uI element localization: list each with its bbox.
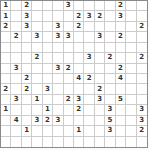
cell-r3c11-clue-2[interactable]: 2 [116,32,126,42]
cell-r6c6-clue-2[interactable]: 2 [64,64,74,74]
cell-r13c9[interactable] [95,137,105,147]
cell-r4c7[interactable] [74,43,84,53]
cell-r3c5-clue-3[interactable]: 3 [53,32,63,42]
cell-r10c12[interactable] [126,105,136,115]
cell-r8c0-clue-2[interactable]: 2 [1,84,11,94]
cell-r7c8-clue-2[interactable]: 2 [84,74,94,84]
cell-r13c4[interactable] [43,137,53,147]
cell-r7c0[interactable] [1,74,11,84]
cell-r2c0-clue-2[interactable]: 2 [1,22,11,32]
cell-r2c11[interactable] [116,22,126,32]
cell-r8c9-clue-2[interactable]: 2 [95,84,105,94]
cell-r9c6-clue-2[interactable]: 2 [64,95,74,105]
cell-r4c10[interactable] [105,43,115,53]
cell-r4c12[interactable] [126,43,136,53]
cell-r1c5[interactable] [53,11,63,21]
cell-r7c10[interactable] [105,74,115,84]
cell-r8c13[interactable] [137,84,147,94]
cell-r10c13-clue-3[interactable]: 3 [137,105,147,115]
cell-r5c10-clue-2[interactable]: 2 [105,53,115,63]
puzzle-screenshot: 1232132323233222333322322332224242232312… [0,0,150,150]
cell-r7c4[interactable] [43,74,53,84]
cell-r1c11-clue-3[interactable]: 3 [116,11,126,21]
cell-r11c2[interactable] [22,116,32,126]
cell-r9c7-clue-3[interactable]: 3 [74,95,84,105]
cell-r7c1[interactable] [11,74,21,84]
cell-r5c3-clue-2[interactable]: 2 [32,53,42,63]
cell-r12c9[interactable] [95,126,105,136]
cell-r3c3-clue-3[interactable]: 3 [32,32,42,42]
cell-r13c8[interactable] [84,137,94,147]
cell-r12c2-clue-1[interactable]: 1 [22,126,32,136]
cell-r9c11-clue-5[interactable]: 5 [116,95,126,105]
cell-r3c8[interactable] [84,32,94,42]
cell-r7c5[interactable] [53,74,63,84]
cell-r3c1-clue-2[interactable]: 2 [11,32,21,42]
cell-r9c1-clue-3[interactable]: 3 [11,95,21,105]
cell-r0c8[interactable] [84,1,94,11]
cell-r8c1[interactable] [11,84,21,94]
cell-r2c4[interactable] [43,22,53,32]
cell-r10c4-clue-1[interactable]: 1 [43,105,53,115]
cell-r12c13-clue-2[interactable]: 2 [137,126,147,136]
cell-r1c1[interactable] [11,11,21,21]
cell-r3c7[interactable] [74,32,84,42]
cell-r5c1[interactable] [11,53,21,63]
cell-r0c10[interactable] [105,1,115,11]
cell-r7c13[interactable] [137,74,147,84]
cell-r7c3[interactable] [32,74,42,84]
cell-r1c8-clue-3[interactable]: 3 [84,11,94,21]
cell-r2c13-clue-2[interactable]: 2 [137,22,147,32]
cell-r8c10[interactable] [105,84,115,94]
cell-r2c2-clue-3[interactable]: 3 [22,22,32,32]
cell-r12c0[interactable] [1,126,11,136]
cell-r6c0[interactable] [1,64,11,74]
cell-r5c5[interactable] [53,53,63,63]
cell-r12c4[interactable] [43,126,53,136]
cell-r2c3[interactable] [32,22,42,32]
cell-r13c13[interactable] [137,137,147,147]
cell-r8c5[interactable] [53,84,63,94]
cell-r9c10[interactable] [105,95,115,105]
cell-r3c10[interactable] [105,32,115,42]
cell-r10c3[interactable] [32,105,42,115]
cell-r0c1[interactable] [11,1,21,11]
cell-r10c9[interactable] [95,105,105,115]
cell-r9c3-clue-1[interactable]: 1 [32,95,42,105]
cell-r13c12[interactable] [126,137,136,147]
cell-r13c3[interactable] [32,137,42,147]
cell-r0c0-clue-1[interactable]: 1 [1,1,11,11]
cell-r8c7[interactable] [74,84,84,94]
cell-r5c12[interactable] [126,53,136,63]
cell-r10c6[interactable] [64,105,74,115]
cell-r6c11-clue-2[interactable]: 2 [116,64,126,74]
cell-r6c7[interactable] [74,64,84,74]
cell-r2c1[interactable] [11,22,21,32]
cell-r0c5[interactable] [53,1,63,11]
cell-r1c2-clue-3[interactable]: 3 [22,11,32,21]
cell-r4c6[interactable] [64,43,74,53]
cell-r8c8[interactable] [84,84,94,94]
cell-r8c3[interactable] [32,84,42,94]
cell-r0c7[interactable] [74,1,84,11]
cell-r5c0[interactable] [1,53,11,63]
cell-r0c11-clue-2[interactable]: 2 [116,1,126,11]
cell-r1c7-clue-2[interactable]: 2 [74,11,84,21]
cell-r4c3[interactable] [32,43,42,53]
cell-r1c12[interactable] [126,11,136,21]
cell-r11c4-clue-2[interactable]: 2 [43,116,53,126]
cell-r6c13[interactable] [137,64,147,74]
puzzle-board: 1232132323233222333322322332224242232312… [0,0,148,148]
cell-r13c6[interactable] [64,137,74,147]
cell-r7c11-clue-4[interactable]: 4 [116,74,126,84]
cell-r0c4[interactable] [43,1,53,11]
cell-r11c10-clue-5[interactable]: 5 [105,116,115,126]
cell-r0c12[interactable] [126,1,136,11]
cell-r10c7-clue-2[interactable]: 2 [74,105,84,115]
cell-r12c12[interactable] [126,126,136,136]
cell-r6c12[interactable] [126,64,136,74]
cell-r13c2[interactable] [22,137,32,147]
cell-r1c13[interactable] [137,11,147,21]
cell-r10c5[interactable] [53,105,63,115]
cell-r13c7[interactable] [74,137,84,147]
cell-r6c1-clue-3[interactable]: 3 [11,64,21,74]
cell-r12c3[interactable] [32,126,42,136]
cell-r12c10-clue-3[interactable]: 3 [105,126,115,136]
cell-r7c6[interactable] [64,74,74,84]
cell-r3c4[interactable] [43,32,53,42]
cell-r11c1-clue-4[interactable]: 4 [11,116,21,126]
cell-r1c0-clue-1[interactable]: 1 [1,11,11,21]
cell-r12c7-clue-1[interactable]: 1 [74,126,84,136]
cell-r1c3[interactable] [32,11,42,21]
cell-r9c2[interactable] [22,95,32,105]
cell-r10c2[interactable] [22,105,32,115]
cell-r8c11[interactable] [116,84,126,94]
cell-r0c2-clue-2[interactable]: 2 [22,1,32,11]
cell-r13c10[interactable] [105,137,115,147]
cell-r3c0[interactable] [1,32,11,42]
cell-r5c9[interactable] [95,53,105,63]
cell-r9c12[interactable] [126,95,136,105]
cell-r1c4[interactable] [43,11,53,21]
cell-r6c5-clue-3[interactable]: 3 [53,64,63,74]
cell-r11c12[interactable] [126,116,136,126]
cell-r4c11[interactable] [116,43,126,53]
cell-r9c9-clue-3[interactable]: 3 [95,95,105,105]
cell-r6c10[interactable] [105,64,115,74]
cell-r6c8[interactable] [84,64,94,74]
cell-r10c8[interactable] [84,105,94,115]
cell-r0c13[interactable] [137,1,147,11]
cell-r6c2[interactable] [22,64,32,74]
cell-r2c8[interactable] [84,22,94,32]
cell-r3c2[interactable] [22,32,32,42]
cell-r2c6[interactable] [64,22,74,32]
cell-r6c9[interactable] [95,64,105,74]
cell-r8c2-clue-2[interactable]: 2 [22,84,32,94]
cell-r5c2[interactable] [22,53,32,63]
cell-r4c8[interactable] [84,43,94,53]
cell-r13c0[interactable] [1,137,11,147]
cell-r0c9[interactable] [95,1,105,11]
cell-r1c6[interactable] [64,11,74,21]
cell-r8c4-clue-3[interactable]: 3 [43,84,53,94]
cell-r7c2-clue-2[interactable]: 2 [22,74,32,84]
cell-r11c3-clue-3[interactable]: 3 [32,116,42,126]
cell-r11c8[interactable] [84,116,94,126]
cell-r12c11[interactable] [116,126,126,136]
cell-r3c6-clue-3[interactable]: 3 [64,32,74,42]
cell-r13c5[interactable] [53,137,63,147]
cell-r2c5-clue-3[interactable]: 3 [53,22,63,32]
cell-r5c6[interactable] [64,53,74,63]
cell-r11c13-clue-3[interactable]: 3 [137,116,147,126]
cell-r2c10[interactable] [105,22,115,32]
cell-r9c8[interactable] [84,95,94,105]
cell-r7c12[interactable] [126,74,136,84]
cell-r9c0[interactable] [1,95,11,105]
cell-r5c13-clue-2[interactable]: 2 [137,53,147,63]
cell-r11c0[interactable] [1,116,11,126]
cell-r13c1[interactable] [11,137,21,147]
cell-r4c5[interactable] [53,43,63,53]
cell-r5c8-clue-3[interactable]: 3 [84,53,94,63]
cell-r11c11[interactable] [116,116,126,126]
cell-r10c10-clue-3[interactable]: 3 [105,105,115,115]
cell-r4c13[interactable] [137,43,147,53]
cell-r11c9[interactable] [95,116,105,126]
cell-r4c2[interactable] [22,43,32,53]
cell-r6c4[interactable] [43,64,53,74]
cell-r10c11[interactable] [116,105,126,115]
cell-r4c4[interactable] [43,43,53,53]
cell-r7c7-clue-4[interactable]: 4 [74,74,84,84]
cell-r6c3[interactable] [32,64,42,74]
cell-r9c4[interactable] [43,95,53,105]
cell-r11c5-clue-3[interactable]: 3 [53,116,63,126]
cell-r1c10[interactable] [105,11,115,21]
cell-r11c7[interactable] [74,116,84,126]
cell-r10c1[interactable] [11,105,21,115]
cell-r5c7[interactable] [74,53,84,63]
cell-r12c5[interactable] [53,126,63,136]
cell-r8c6[interactable] [64,84,74,94]
cell-r4c1[interactable] [11,43,21,53]
cell-r0c6-clue-3[interactable]: 3 [64,1,74,11]
cell-r9c13[interactable] [137,95,147,105]
cell-r0c3[interactable] [32,1,42,11]
cell-r3c12[interactable] [126,32,136,42]
cell-r4c0[interactable] [1,43,11,53]
cell-r5c4[interactable] [43,53,53,63]
cell-r8c12[interactable] [126,84,136,94]
cell-r2c7-clue-2[interactable]: 2 [74,22,84,32]
cell-r4c9[interactable] [95,43,105,53]
cell-r3c9-clue-3[interactable]: 3 [95,32,105,42]
cell-r2c9[interactable] [95,22,105,32]
cell-r12c8[interactable] [84,126,94,136]
cell-r10c0-clue-1[interactable]: 1 [1,105,11,115]
cell-r5c11[interactable] [116,53,126,63]
cell-r3c13[interactable] [137,32,147,42]
cell-r9c5[interactable] [53,95,63,105]
cell-r2c12[interactable] [126,22,136,32]
cell-r11c6[interactable] [64,116,74,126]
cell-r7c9[interactable] [95,74,105,84]
cell-r13c11[interactable] [116,137,126,147]
cell-r12c1[interactable] [11,126,21,136]
cell-r12c6[interactable] [64,126,74,136]
cell-r1c9-clue-2[interactable]: 2 [95,11,105,21]
